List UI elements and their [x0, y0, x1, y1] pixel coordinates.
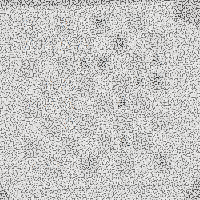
square-c2[interactable]	[61, 136, 80, 157]
square-e3[interactable]	[96, 114, 115, 135]
square-g3[interactable]	[132, 112, 151, 133]
square-g8[interactable]	[127, 12, 146, 33]
square-g7[interactable]	[128, 32, 147, 53]
photo-scene: { "game": "chess", "scene": { "descripti…	[0, 0, 200, 200]
square-e5[interactable]	[94, 74, 113, 95]
square-h3[interactable]	[150, 111, 169, 132]
piece-white-bishop-c8[interactable]: ♝	[57, 16, 72, 33]
square-a3[interactable]	[24, 118, 43, 139]
piece-black-bishop-h1[interactable]: ♝	[154, 151, 169, 168]
square-g5[interactable]: ♞	[130, 72, 149, 93]
piece-white-pawn-b7[interactable]: ♟	[40, 37, 55, 54]
square-h1[interactable]: ♝	[152, 151, 171, 172]
square-a4[interactable]: ♛	[23, 98, 42, 119]
square-h5[interactable]: ♜	[148, 71, 167, 92]
chess-board: ♜♝♚♟♟♟♟♟♞♛♟♝♟♞♜♛♟♟♟♞♟✥♚♝♝	[8, 1, 183, 191]
square-d4[interactable]	[77, 95, 96, 116]
piece-white-pawn-d7[interactable]: ♟	[76, 35, 91, 52]
square-g1[interactable]	[134, 152, 153, 173]
piece-black-pawn-h6[interactable]: ♟	[149, 51, 164, 68]
board-grid: ♜♝♚♟♟♟♟♟♞♛♟♝♟♞♜♛♟♟♟♞♟✥♚♝♝	[19, 11, 171, 178]
square-c3[interactable]: ♞	[60, 116, 79, 137]
piece-white-queen-a4[interactable]: ♛	[25, 98, 40, 115]
square-f4[interactable]: ♟	[113, 93, 132, 114]
square-h4[interactable]	[149, 91, 168, 112]
square-f1[interactable]	[116, 153, 135, 174]
square-f6[interactable]	[111, 53, 130, 74]
piece-white-rook-a8[interactable]: ♜	[21, 18, 36, 35]
piece-black-pawn-f2[interactable]: ♟	[117, 133, 132, 150]
square-e8[interactable]: ♚	[91, 14, 110, 35]
piece-black-pawn-f4[interactable]: ♟	[115, 93, 130, 110]
square-e4[interactable]	[95, 94, 114, 115]
square-c1[interactable]	[62, 156, 81, 177]
square-b7[interactable]: ♟	[38, 37, 57, 58]
square-d1[interactable]: ♝	[80, 155, 99, 176]
piece-black-king-e8[interactable]: ♚	[93, 14, 108, 31]
square-h8[interactable]	[145, 11, 164, 32]
piece-white-pawn-c5[interactable]: ♟	[60, 76, 75, 93]
square-d6[interactable]: ♞	[75, 55, 94, 76]
square-a1[interactable]: ✥	[26, 158, 45, 179]
piece-black-pawn-f7[interactable]: ♟	[112, 33, 127, 50]
piece-white-knight-c3[interactable]: ♞	[62, 116, 77, 133]
square-a6[interactable]	[21, 58, 40, 79]
square-f2[interactable]: ♟	[115, 133, 134, 154]
square-f7[interactable]: ♟	[110, 33, 129, 54]
square-b4[interactable]: ♟	[41, 97, 60, 118]
piece-black-knight-g5[interactable]: ♞	[132, 72, 147, 89]
square-d5[interactable]	[76, 75, 95, 96]
piece-black-rook-h5[interactable]: ♜	[150, 71, 165, 88]
piece-white-pawn-a7[interactable]: ♟	[22, 38, 37, 55]
square-e2[interactable]	[97, 134, 116, 155]
square-e6[interactable]: ♛	[93, 54, 112, 75]
piece-black-knight-d6[interactable]: ♞	[77, 55, 92, 72]
board-edge-brand-marking	[16, 70, 21, 112]
piece-black-queen-e6[interactable]: ♛	[95, 54, 110, 71]
piece-white-pawn-c4[interactable]: ♟	[61, 96, 76, 113]
square-e1[interactable]	[98, 154, 117, 175]
piece-black-bishop-d1[interactable]: ♝	[82, 155, 97, 172]
piece-white-king-b1[interactable]: ♚	[46, 157, 61, 174]
piece-white-bishop-b5[interactable]: ♝	[42, 77, 57, 94]
piece-white-pawn-c7[interactable]: ♟	[58, 36, 73, 53]
square-b3[interactable]	[42, 117, 61, 138]
square-a2[interactable]	[25, 138, 44, 159]
square-g2[interactable]	[133, 132, 152, 153]
square-b1[interactable]: ♚	[44, 157, 63, 178]
piece-white-pawn-b4[interactable]: ♟	[43, 97, 58, 114]
square-c7[interactable]: ♟	[56, 36, 75, 57]
corner-ornament-icon: ✥	[30, 162, 41, 175]
square-a7[interactable]: ♟	[20, 38, 39, 59]
square-d3[interactable]	[78, 115, 97, 136]
square-g4[interactable]	[131, 92, 150, 113]
